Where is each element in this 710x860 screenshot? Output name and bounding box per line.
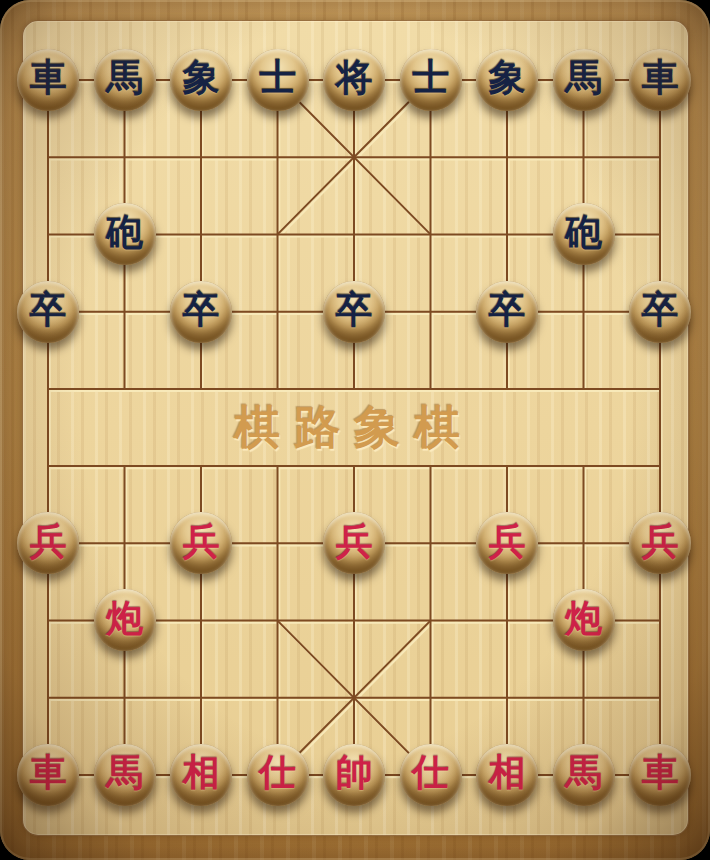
piece-glyph: 車 xyxy=(642,59,679,96)
board-point-0-6[interactable]: 象 xyxy=(469,41,546,118)
xiangqi-board: 棋路象棋 車馬象士将士象馬車砲砲卒卒卒卒卒兵兵兵兵兵炮炮車馬相仕帥仕相馬車 xyxy=(0,0,710,860)
board-point-2-1[interactable]: 砲 xyxy=(86,196,163,273)
piece-red-horse[interactable]: 馬 xyxy=(94,744,156,806)
piece-glyph: 炮 xyxy=(565,600,602,637)
board-point-4-6[interactable] xyxy=(469,350,546,427)
board-point-0-5[interactable]: 士 xyxy=(392,41,469,118)
board-point-1-7[interactable] xyxy=(545,119,622,196)
piece-black-soldier[interactable]: 卒 xyxy=(17,281,79,343)
board-point-5-0[interactable] xyxy=(10,427,87,504)
board-point-1-6[interactable] xyxy=(469,119,546,196)
board-point-5-1[interactable] xyxy=(86,427,163,504)
board-point-3-1[interactable] xyxy=(86,273,163,350)
board-point-6-4[interactable]: 兵 xyxy=(316,505,393,582)
board-point-8-2[interactable] xyxy=(163,659,240,736)
board-point-2-5[interactable] xyxy=(392,196,469,273)
board-point-8-3[interactable] xyxy=(239,659,316,736)
board-point-0-1[interactable]: 馬 xyxy=(86,41,163,118)
board-point-4-7[interactable] xyxy=(545,350,622,427)
board-point-8-6[interactable] xyxy=(469,659,546,736)
piece-glyph: 卒 xyxy=(336,291,373,328)
board-point-3-5[interactable] xyxy=(392,273,469,350)
board-point-6-1[interactable] xyxy=(86,505,163,582)
board-point-9-7[interactable]: 馬 xyxy=(545,736,622,813)
piece-red-cannon[interactable]: 炮 xyxy=(94,589,156,651)
board-point-7-5[interactable] xyxy=(392,582,469,659)
piece-glyph: 象 xyxy=(489,59,526,96)
board-point-5-3[interactable] xyxy=(239,427,316,504)
piece-black-chariot[interactable]: 車 xyxy=(629,49,691,111)
piece-glyph: 馬 xyxy=(106,754,143,791)
board-point-9-0[interactable]: 車 xyxy=(10,736,87,813)
board-point-4-5[interactable] xyxy=(392,350,469,427)
board-point-4-1[interactable] xyxy=(86,350,163,427)
board-point-2-8[interactable] xyxy=(622,196,699,273)
board-point-9-5[interactable]: 仕 xyxy=(392,736,469,813)
piece-red-cannon[interactable]: 炮 xyxy=(553,589,615,651)
piece-grid: 車馬象士将士象馬車砲砲卒卒卒卒卒兵兵兵兵兵炮炮車馬相仕帥仕相馬車 xyxy=(10,41,699,813)
piece-red-soldier[interactable]: 兵 xyxy=(476,512,538,574)
board-point-7-1[interactable]: 炮 xyxy=(86,582,163,659)
piece-glyph: 仕 xyxy=(259,754,296,791)
board-point-4-0[interactable] xyxy=(10,350,87,427)
piece-glyph: 砲 xyxy=(106,214,143,251)
board-point-3-7[interactable] xyxy=(545,273,622,350)
piece-glyph: 相 xyxy=(489,754,526,791)
board-point-8-5[interactable] xyxy=(392,659,469,736)
piece-glyph: 士 xyxy=(259,59,296,96)
board-point-5-5[interactable] xyxy=(392,427,469,504)
piece-glyph: 兵 xyxy=(336,523,373,560)
board-point-0-0[interactable]: 車 xyxy=(10,41,87,118)
piece-red-chariot[interactable]: 車 xyxy=(629,744,691,806)
piece-black-soldier[interactable]: 卒 xyxy=(323,281,385,343)
piece-glyph: 炮 xyxy=(106,600,143,637)
piece-black-horse[interactable]: 馬 xyxy=(94,49,156,111)
piece-glyph: 兵 xyxy=(642,523,679,560)
board-point-7-0[interactable] xyxy=(10,582,87,659)
piece-red-chariot[interactable]: 車 xyxy=(17,744,79,806)
piece-red-general[interactable]: 帥 xyxy=(323,744,385,806)
board-point-7-3[interactable] xyxy=(239,582,316,659)
piece-glyph: 兵 xyxy=(30,523,67,560)
piece-glyph: 帥 xyxy=(336,754,373,791)
piece-black-soldier[interactable]: 卒 xyxy=(476,281,538,343)
piece-red-soldier[interactable]: 兵 xyxy=(17,512,79,574)
piece-glyph: 仕 xyxy=(412,754,449,791)
piece-black-cannon[interactable]: 砲 xyxy=(553,203,615,265)
piece-black-soldier[interactable]: 卒 xyxy=(629,281,691,343)
board-point-0-8[interactable]: 車 xyxy=(622,41,699,118)
piece-glyph: 卒 xyxy=(642,291,679,328)
piece-glyph: 車 xyxy=(30,59,67,96)
piece-black-soldier[interactable]: 卒 xyxy=(170,281,232,343)
piece-glyph: 兵 xyxy=(183,523,220,560)
piece-red-elephant[interactable]: 相 xyxy=(170,744,232,806)
board-point-5-2[interactable] xyxy=(163,427,240,504)
board-point-6-7[interactable] xyxy=(545,505,622,582)
board-point-5-6[interactable] xyxy=(469,427,546,504)
piece-red-soldier[interactable]: 兵 xyxy=(629,512,691,574)
board-point-1-2[interactable] xyxy=(163,119,240,196)
piece-glyph: 卒 xyxy=(30,291,67,328)
board-point-1-3[interactable] xyxy=(239,119,316,196)
piece-glyph: 卒 xyxy=(183,291,220,328)
board-point-3-6[interactable]: 卒 xyxy=(469,273,546,350)
board-point-3-8[interactable]: 卒 xyxy=(622,273,699,350)
board-point-7-7[interactable]: 炮 xyxy=(545,582,622,659)
board-point-1-4[interactable] xyxy=(316,119,393,196)
piece-glyph: 馬 xyxy=(565,59,602,96)
piece-glyph: 馬 xyxy=(565,754,602,791)
board-point-7-8[interactable] xyxy=(622,582,699,659)
piece-black-chariot[interactable]: 車 xyxy=(17,49,79,111)
piece-glyph: 兵 xyxy=(489,523,526,560)
piece-black-cannon[interactable]: 砲 xyxy=(94,203,156,265)
board-point-3-4[interactable]: 卒 xyxy=(316,273,393,350)
board-point-5-4[interactable] xyxy=(316,427,393,504)
piece-glyph: 砲 xyxy=(565,214,602,251)
board-point-6-5[interactable] xyxy=(392,505,469,582)
board-point-8-8[interactable] xyxy=(622,659,699,736)
piece-black-elephant[interactable]: 象 xyxy=(170,49,232,111)
board-point-0-4[interactable]: 将 xyxy=(316,41,393,118)
board-point-2-3[interactable] xyxy=(239,196,316,273)
board-point-2-4[interactable] xyxy=(316,196,393,273)
piece-black-general[interactable]: 将 xyxy=(323,49,385,111)
board-point-1-1[interactable] xyxy=(86,119,163,196)
piece-black-advisor[interactable]: 士 xyxy=(247,49,309,111)
board-point-8-0[interactable] xyxy=(10,659,87,736)
board-point-8-7[interactable] xyxy=(545,659,622,736)
piece-red-soldier[interactable]: 兵 xyxy=(323,512,385,574)
board-point-5-7[interactable] xyxy=(545,427,622,504)
piece-glyph: 卒 xyxy=(489,291,526,328)
board-point-9-2[interactable]: 相 xyxy=(163,736,240,813)
board-point-1-8[interactable] xyxy=(622,119,699,196)
board-point-6-8[interactable]: 兵 xyxy=(622,505,699,582)
board-point-9-8[interactable]: 車 xyxy=(622,736,699,813)
piece-glyph: 相 xyxy=(183,754,220,791)
piece-red-advisor[interactable]: 仕 xyxy=(247,744,309,806)
board-point-6-3[interactable] xyxy=(239,505,316,582)
board-point-4-2[interactable] xyxy=(163,350,240,427)
piece-glyph: 車 xyxy=(30,754,67,791)
board-point-1-5[interactable] xyxy=(392,119,469,196)
piece-red-elephant[interactable]: 相 xyxy=(476,744,538,806)
board-point-3-0[interactable]: 卒 xyxy=(10,273,87,350)
board-point-7-6[interactable] xyxy=(469,582,546,659)
piece-red-soldier[interactable]: 兵 xyxy=(170,512,232,574)
board-point-4-3[interactable] xyxy=(239,350,316,427)
piece-glyph: 士 xyxy=(412,59,449,96)
board-point-8-4[interactable] xyxy=(316,659,393,736)
piece-red-advisor[interactable]: 仕 xyxy=(400,744,462,806)
board-point-7-2[interactable] xyxy=(163,582,240,659)
board-point-9-4[interactable]: 帥 xyxy=(316,736,393,813)
board-point-8-1[interactable] xyxy=(86,659,163,736)
board-point-7-4[interactable] xyxy=(316,582,393,659)
board-point-2-7[interactable]: 砲 xyxy=(545,196,622,273)
board-point-0-2[interactable]: 象 xyxy=(163,41,240,118)
piece-glyph: 馬 xyxy=(106,59,143,96)
board-point-1-0[interactable] xyxy=(10,119,87,196)
piece-black-elephant[interactable]: 象 xyxy=(476,49,538,111)
board-point-2-0[interactable] xyxy=(10,196,87,273)
board-point-4-4[interactable] xyxy=(316,350,393,427)
board-point-6-6[interactable]: 兵 xyxy=(469,505,546,582)
board-point-6-0[interactable]: 兵 xyxy=(10,505,87,582)
board-point-9-6[interactable]: 相 xyxy=(469,736,546,813)
board-point-6-2[interactable]: 兵 xyxy=(163,505,240,582)
piece-glyph: 象 xyxy=(183,59,220,96)
board-point-3-2[interactable]: 卒 xyxy=(163,273,240,350)
board-point-3-3[interactable] xyxy=(239,273,316,350)
piece-glyph: 将 xyxy=(336,59,373,96)
piece-red-horse[interactable]: 馬 xyxy=(553,744,615,806)
piece-glyph: 車 xyxy=(642,754,679,791)
board-point-0-3[interactable]: 士 xyxy=(239,41,316,118)
board-point-4-8[interactable] xyxy=(622,350,699,427)
piece-black-advisor[interactable]: 士 xyxy=(400,49,462,111)
board-point-0-7[interactable]: 馬 xyxy=(545,41,622,118)
board-point-9-1[interactable]: 馬 xyxy=(86,736,163,813)
board-point-5-8[interactable] xyxy=(622,427,699,504)
board-point-9-3[interactable]: 仕 xyxy=(239,736,316,813)
piece-black-horse[interactable]: 馬 xyxy=(553,49,615,111)
board-point-2-2[interactable] xyxy=(163,196,240,273)
board-point-2-6[interactable] xyxy=(469,196,546,273)
